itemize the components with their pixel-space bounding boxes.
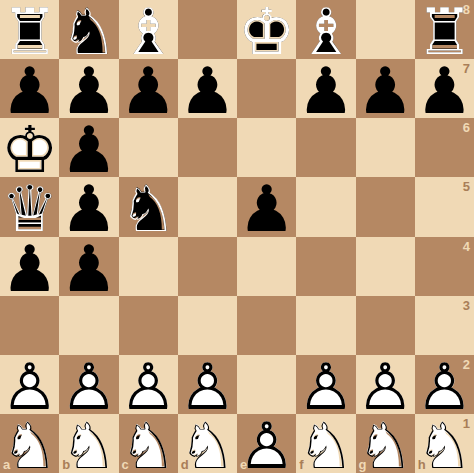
pawn-glyph-fill: ♟	[238, 177, 295, 236]
square-f3[interactable]	[296, 296, 355, 355]
rank-label-2: 2	[463, 358, 470, 371]
square-a8[interactable]: ♜♖	[0, 0, 59, 59]
square-b5[interactable]: ♟	[59, 177, 118, 236]
rook-glyph-fill: ♜	[1, 0, 58, 59]
pawn-glyph-fill: ♟	[60, 237, 117, 296]
bishop-glyph-fill: ♝	[297, 0, 354, 59]
file-label-b: b	[62, 458, 70, 471]
pawn-glyph-fill: ♟	[297, 59, 354, 118]
pawn-glyph-fill: ♟	[60, 59, 117, 118]
square-f7[interactable]: ♟	[296, 59, 355, 118]
piece-black-king[interactable]: ♚♔	[237, 0, 296, 59]
pawn-glyph-fill: ♟	[179, 59, 236, 118]
piece-black-pawn[interactable]: ♟	[119, 59, 178, 118]
square-b3[interactable]	[59, 296, 118, 355]
file-label-g: g	[359, 458, 367, 471]
square-e3[interactable]	[237, 296, 296, 355]
square-h5[interactable]: 5	[415, 177, 474, 236]
square-b6[interactable]: ♟	[59, 118, 118, 177]
square-c2[interactable]: ♟♙	[119, 355, 178, 414]
piece-white-pawn[interactable]: ♟♙	[0, 355, 59, 414]
square-g3[interactable]	[356, 296, 415, 355]
square-e1[interactable]: ♟♙e	[237, 414, 296, 473]
piece-white-pawn[interactable]: ♟♙	[119, 355, 178, 414]
knight-glyph-fill: ♞	[297, 414, 354, 473]
chess-board: ♜♖♞♘♝♗♚♔♝♗♜♖8♟♟♟♟♟♟♟7♚♔♟6♛♕♟♞♘♟5♟♟43♟♙♟♙…	[0, 0, 474, 473]
rank-label-7: 7	[463, 62, 470, 75]
square-e8[interactable]: ♚♔	[237, 0, 296, 59]
piece-black-pawn[interactable]: ♟	[178, 59, 237, 118]
piece-black-pawn[interactable]: ♟	[296, 59, 355, 118]
pawn-glyph-outline: ♙	[297, 355, 354, 414]
square-h6[interactable]: 6	[415, 118, 474, 177]
square-b4[interactable]: ♟	[59, 237, 118, 296]
piece-black-pawn[interactable]: ♟	[0, 237, 59, 296]
square-h2[interactable]: ♟♙2	[415, 355, 474, 414]
square-d6[interactable]	[178, 118, 237, 177]
file-label-d: d	[181, 458, 189, 471]
piece-black-knight[interactable]: ♞♘	[119, 177, 178, 236]
square-h1[interactable]: ♞♘1h	[415, 414, 474, 473]
square-g4[interactable]	[356, 237, 415, 296]
square-h4[interactable]: 4	[415, 237, 474, 296]
square-b2[interactable]: ♟♙	[59, 355, 118, 414]
square-a6[interactable]: ♚♔	[0, 118, 59, 177]
square-d7[interactable]: ♟	[178, 59, 237, 118]
queen-glyph-outline: ♕	[1, 177, 58, 236]
piece-black-knight[interactable]: ♞♘	[59, 0, 118, 59]
square-d2[interactable]: ♟♙	[178, 355, 237, 414]
pawn-glyph-outline: ♙	[356, 355, 413, 414]
pawn-glyph-outline: ♙	[60, 355, 117, 414]
king-glyph-outline: ♔	[238, 0, 295, 59]
bishop-glyph-outline: ♗	[119, 0, 176, 59]
knight-glyph-fill: ♞	[119, 177, 176, 236]
square-b1[interactable]: ♞♘b	[59, 414, 118, 473]
pawn-glyph-fill: ♟	[356, 355, 413, 414]
square-e6[interactable]	[237, 118, 296, 177]
rank-label-5: 5	[463, 180, 470, 193]
pawn-glyph-fill: ♟	[1, 355, 58, 414]
square-a2[interactable]: ♟♙	[0, 355, 59, 414]
pawn-glyph-fill: ♟	[60, 118, 117, 177]
square-c7[interactable]: ♟	[119, 59, 178, 118]
rank-label-3: 3	[463, 299, 470, 312]
piece-black-pawn[interactable]: ♟	[0, 59, 59, 118]
rank-label-1: 1	[463, 417, 470, 430]
pawn-glyph-fill: ♟	[119, 355, 176, 414]
bishop-glyph-outline: ♗	[297, 0, 354, 59]
rank-label-8: 8	[463, 3, 470, 16]
piece-white-pawn[interactable]: ♟♙	[356, 355, 415, 414]
square-h8[interactable]: ♜♖8	[415, 0, 474, 59]
square-c4[interactable]	[119, 237, 178, 296]
queen-glyph-fill: ♛	[1, 177, 58, 236]
square-c5[interactable]: ♞♘	[119, 177, 178, 236]
piece-black-pawn[interactable]: ♟	[59, 237, 118, 296]
file-label-e: e	[240, 458, 247, 471]
square-c3[interactable]	[119, 296, 178, 355]
square-e5[interactable]: ♟	[237, 177, 296, 236]
piece-black-pawn[interactable]: ♟	[59, 118, 118, 177]
piece-white-pawn[interactable]: ♟♙	[59, 355, 118, 414]
piece-black-pawn[interactable]: ♟	[237, 177, 296, 236]
file-label-f: f	[299, 458, 303, 471]
piece-black-rook[interactable]: ♜♖	[0, 0, 59, 59]
square-c1[interactable]: ♞♘c	[119, 414, 178, 473]
knight-glyph-outline: ♘	[60, 0, 117, 59]
piece-white-king[interactable]: ♚♔	[0, 118, 59, 177]
piece-white-pawn[interactable]: ♟♙	[296, 355, 355, 414]
file-label-a: a	[3, 458, 10, 471]
square-d3[interactable]	[178, 296, 237, 355]
square-f5[interactable]	[296, 177, 355, 236]
knight-glyph-fill: ♞	[60, 0, 117, 59]
square-f1[interactable]: ♞♘f	[296, 414, 355, 473]
pawn-glyph-fill: ♟	[356, 59, 413, 118]
square-g1[interactable]: ♞♘g	[356, 414, 415, 473]
piece-white-pawn[interactable]: ♟♙	[178, 355, 237, 414]
king-glyph-fill: ♚	[238, 0, 295, 59]
square-d4[interactable]	[178, 237, 237, 296]
pawn-glyph-fill: ♟	[1, 237, 58, 296]
square-a3[interactable]	[0, 296, 59, 355]
square-g6[interactable]	[356, 118, 415, 177]
piece-black-pawn[interactable]: ♟	[59, 177, 118, 236]
piece-black-bishop[interactable]: ♝♗	[119, 0, 178, 59]
square-g2[interactable]: ♟♙	[356, 355, 415, 414]
king-glyph-outline: ♔	[1, 118, 58, 177]
pawn-glyph-fill: ♟	[1, 59, 58, 118]
square-f4[interactable]	[296, 237, 355, 296]
pawn-glyph-outline: ♙	[119, 355, 176, 414]
square-f2[interactable]: ♟♙	[296, 355, 355, 414]
square-e4[interactable]	[237, 237, 296, 296]
square-f8[interactable]: ♝♗	[296, 0, 355, 59]
pawn-glyph-outline: ♙	[1, 355, 58, 414]
square-b8[interactable]: ♞♘	[59, 0, 118, 59]
piece-black-queen[interactable]: ♛♕	[0, 177, 59, 236]
square-g7[interactable]: ♟	[356, 59, 415, 118]
piece-black-bishop[interactable]: ♝♗	[296, 0, 355, 59]
square-g8[interactable]	[356, 0, 415, 59]
king-glyph-fill: ♚	[1, 118, 58, 177]
square-d5[interactable]	[178, 177, 237, 236]
square-a4[interactable]: ♟	[0, 237, 59, 296]
square-e7[interactable]	[237, 59, 296, 118]
knight-glyph-outline: ♘	[297, 414, 354, 473]
square-e2[interactable]	[237, 355, 296, 414]
square-d1[interactable]: ♞♘d	[178, 414, 237, 473]
square-h3[interactable]: 3	[415, 296, 474, 355]
piece-black-pawn[interactable]: ♟	[59, 59, 118, 118]
square-a1[interactable]: ♞♘a	[0, 414, 59, 473]
pawn-glyph-fill: ♟	[60, 177, 117, 236]
file-label-c: c	[122, 458, 129, 471]
square-c8[interactable]: ♝♗	[119, 0, 178, 59]
pawn-glyph-fill: ♟	[60, 355, 117, 414]
square-b7[interactable]: ♟	[59, 59, 118, 118]
rook-glyph-outline: ♖	[1, 0, 58, 59]
rank-label-6: 6	[463, 121, 470, 134]
square-h7[interactable]: ♟7	[415, 59, 474, 118]
square-f6[interactable]	[296, 118, 355, 177]
pawn-glyph-fill: ♟	[297, 355, 354, 414]
square-a7[interactable]: ♟	[0, 59, 59, 118]
file-label-h: h	[418, 458, 426, 471]
pawn-glyph-fill: ♟	[119, 59, 176, 118]
piece-white-knight[interactable]: ♞♘	[296, 414, 355, 473]
square-a5[interactable]: ♛♕	[0, 177, 59, 236]
square-c6[interactable]	[119, 118, 178, 177]
pawn-glyph-outline: ♙	[179, 355, 236, 414]
square-d8[interactable]	[178, 0, 237, 59]
rank-label-4: 4	[463, 240, 470, 253]
square-g5[interactable]	[356, 177, 415, 236]
piece-black-pawn[interactable]: ♟	[356, 59, 415, 118]
knight-glyph-outline: ♘	[119, 177, 176, 236]
bishop-glyph-fill: ♝	[119, 0, 176, 59]
pawn-glyph-fill: ♟	[179, 355, 236, 414]
